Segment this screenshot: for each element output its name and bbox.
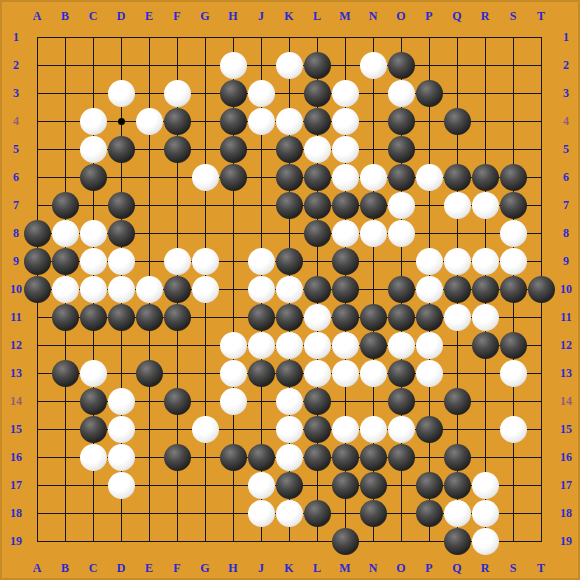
intersection-M1[interactable]: [331, 23, 359, 51]
intersection-D13[interactable]: [107, 359, 135, 387]
intersection-E11[interactable]: [135, 303, 163, 331]
intersection-G12[interactable]: [191, 331, 219, 359]
intersection-C4[interactable]: [79, 107, 107, 135]
intersection-R4[interactable]: [471, 107, 499, 135]
intersection-H16[interactable]: [219, 443, 247, 471]
intersection-O6[interactable]: [387, 163, 415, 191]
intersection-R16[interactable]: [471, 443, 499, 471]
intersection-D7[interactable]: [107, 191, 135, 219]
intersection-O15[interactable]: [387, 415, 415, 443]
intersection-K5[interactable]: [275, 135, 303, 163]
intersection-D14[interactable]: [107, 387, 135, 415]
intersection-S6[interactable]: [499, 163, 527, 191]
intersection-L13[interactable]: [303, 359, 331, 387]
intersection-K12[interactable]: [275, 331, 303, 359]
intersection-J4[interactable]: [247, 107, 275, 135]
intersection-N5[interactable]: [359, 135, 387, 163]
intersection-S15[interactable]: [499, 415, 527, 443]
intersection-G3[interactable]: [191, 79, 219, 107]
intersection-G4[interactable]: [191, 107, 219, 135]
intersection-C19[interactable]: [79, 527, 107, 555]
intersection-S9[interactable]: [499, 247, 527, 275]
intersection-E3[interactable]: [135, 79, 163, 107]
intersection-N11[interactable]: [359, 303, 387, 331]
intersection-J15[interactable]: [247, 415, 275, 443]
intersection-M4[interactable]: [331, 107, 359, 135]
intersection-M10[interactable]: [331, 275, 359, 303]
intersection-H14[interactable]: [219, 387, 247, 415]
intersection-Q14[interactable]: [443, 387, 471, 415]
intersection-E7[interactable]: [135, 191, 163, 219]
intersection-E10[interactable]: [135, 275, 163, 303]
intersection-D12[interactable]: [107, 331, 135, 359]
intersection-F1[interactable]: [163, 23, 191, 51]
intersection-T7[interactable]: [527, 191, 555, 219]
intersection-C2[interactable]: [79, 51, 107, 79]
intersection-D15[interactable]: [107, 415, 135, 443]
intersection-P3[interactable]: [415, 79, 443, 107]
intersection-G5[interactable]: [191, 135, 219, 163]
intersection-S7[interactable]: [499, 191, 527, 219]
intersection-B11[interactable]: [51, 303, 79, 331]
intersection-N19[interactable]: [359, 527, 387, 555]
intersection-D6[interactable]: [107, 163, 135, 191]
intersection-M14[interactable]: [331, 387, 359, 415]
intersection-T10[interactable]: [527, 275, 555, 303]
intersection-B5[interactable]: [51, 135, 79, 163]
intersection-R18[interactable]: [471, 499, 499, 527]
intersection-P18[interactable]: [415, 499, 443, 527]
intersection-O16[interactable]: [387, 443, 415, 471]
intersection-Q6[interactable]: [443, 163, 471, 191]
intersection-H8[interactable]: [219, 219, 247, 247]
intersection-M16[interactable]: [331, 443, 359, 471]
intersection-M6[interactable]: [331, 163, 359, 191]
intersection-F7[interactable]: [163, 191, 191, 219]
intersection-H18[interactable]: [219, 499, 247, 527]
intersection-N2[interactable]: [359, 51, 387, 79]
intersection-S19[interactable]: [499, 527, 527, 555]
intersection-M3[interactable]: [331, 79, 359, 107]
intersection-H12[interactable]: [219, 331, 247, 359]
intersection-Q1[interactable]: [443, 23, 471, 51]
intersection-Q17[interactable]: [443, 471, 471, 499]
intersection-R19[interactable]: [471, 527, 499, 555]
intersection-R17[interactable]: [471, 471, 499, 499]
intersection-J17[interactable]: [247, 471, 275, 499]
intersection-B13[interactable]: [51, 359, 79, 387]
intersection-E18[interactable]: [135, 499, 163, 527]
intersection-F12[interactable]: [163, 331, 191, 359]
intersection-G16[interactable]: [191, 443, 219, 471]
intersection-O11[interactable]: [387, 303, 415, 331]
intersection-G11[interactable]: [191, 303, 219, 331]
intersection-O3[interactable]: [387, 79, 415, 107]
intersection-S11[interactable]: [499, 303, 527, 331]
intersection-S16[interactable]: [499, 443, 527, 471]
intersection-G18[interactable]: [191, 499, 219, 527]
intersection-G14[interactable]: [191, 387, 219, 415]
intersection-B1[interactable]: [51, 23, 79, 51]
intersection-Q9[interactable]: [443, 247, 471, 275]
intersection-F3[interactable]: [163, 79, 191, 107]
intersection-L15[interactable]: [303, 415, 331, 443]
intersection-K18[interactable]: [275, 499, 303, 527]
intersection-H2[interactable]: [219, 51, 247, 79]
intersection-O2[interactable]: [387, 51, 415, 79]
intersection-M19[interactable]: [331, 527, 359, 555]
intersection-Q5[interactable]: [443, 135, 471, 163]
intersection-O8[interactable]: [387, 219, 415, 247]
intersection-B8[interactable]: [51, 219, 79, 247]
intersection-B12[interactable]: [51, 331, 79, 359]
intersection-R12[interactable]: [471, 331, 499, 359]
intersection-H9[interactable]: [219, 247, 247, 275]
intersection-N14[interactable]: [359, 387, 387, 415]
intersection-B7[interactable]: [51, 191, 79, 219]
intersection-T11[interactable]: [527, 303, 555, 331]
intersection-H3[interactable]: [219, 79, 247, 107]
intersection-D19[interactable]: [107, 527, 135, 555]
intersection-P6[interactable]: [415, 163, 443, 191]
intersection-H4[interactable]: [219, 107, 247, 135]
intersection-H11[interactable]: [219, 303, 247, 331]
intersection-B9[interactable]: [51, 247, 79, 275]
intersection-A8[interactable]: [23, 219, 51, 247]
intersection-F19[interactable]: [163, 527, 191, 555]
intersection-T9[interactable]: [527, 247, 555, 275]
intersection-Q16[interactable]: [443, 443, 471, 471]
intersection-K7[interactable]: [275, 191, 303, 219]
intersection-T6[interactable]: [527, 163, 555, 191]
intersection-K8[interactable]: [275, 219, 303, 247]
intersection-M11[interactable]: [331, 303, 359, 331]
intersection-L7[interactable]: [303, 191, 331, 219]
intersection-K6[interactable]: [275, 163, 303, 191]
intersection-K10[interactable]: [275, 275, 303, 303]
intersection-S2[interactable]: [499, 51, 527, 79]
intersection-J5[interactable]: [247, 135, 275, 163]
intersection-O17[interactable]: [387, 471, 415, 499]
intersection-M2[interactable]: [331, 51, 359, 79]
intersection-L8[interactable]: [303, 219, 331, 247]
intersection-G1[interactable]: [191, 23, 219, 51]
intersection-H13[interactable]: [219, 359, 247, 387]
intersection-N13[interactable]: [359, 359, 387, 387]
intersection-R5[interactable]: [471, 135, 499, 163]
intersection-R3[interactable]: [471, 79, 499, 107]
intersection-T18[interactable]: [527, 499, 555, 527]
intersection-J18[interactable]: [247, 499, 275, 527]
intersection-F2[interactable]: [163, 51, 191, 79]
intersection-P1[interactable]: [415, 23, 443, 51]
intersection-L3[interactable]: [303, 79, 331, 107]
intersection-T4[interactable]: [527, 107, 555, 135]
intersection-O14[interactable]: [387, 387, 415, 415]
intersection-B19[interactable]: [51, 527, 79, 555]
intersection-O7[interactable]: [387, 191, 415, 219]
intersection-J13[interactable]: [247, 359, 275, 387]
intersection-K4[interactable]: [275, 107, 303, 135]
intersection-E12[interactable]: [135, 331, 163, 359]
intersection-M9[interactable]: [331, 247, 359, 275]
intersection-H15[interactable]: [219, 415, 247, 443]
intersection-N8[interactable]: [359, 219, 387, 247]
intersection-F18[interactable]: [163, 499, 191, 527]
intersection-S14[interactable]: [499, 387, 527, 415]
intersection-D3[interactable]: [107, 79, 135, 107]
intersection-F11[interactable]: [163, 303, 191, 331]
intersection-C1[interactable]: [79, 23, 107, 51]
intersection-Q15[interactable]: [443, 415, 471, 443]
intersection-C12[interactable]: [79, 331, 107, 359]
intersection-K15[interactable]: [275, 415, 303, 443]
intersection-B17[interactable]: [51, 471, 79, 499]
intersection-G7[interactable]: [191, 191, 219, 219]
intersection-B2[interactable]: [51, 51, 79, 79]
intersection-R11[interactable]: [471, 303, 499, 331]
intersection-S4[interactable]: [499, 107, 527, 135]
intersection-L19[interactable]: [303, 527, 331, 555]
intersection-S17[interactable]: [499, 471, 527, 499]
intersection-L12[interactable]: [303, 331, 331, 359]
intersection-C14[interactable]: [79, 387, 107, 415]
intersection-P7[interactable]: [415, 191, 443, 219]
intersection-P13[interactable]: [415, 359, 443, 387]
intersection-D1[interactable]: [107, 23, 135, 51]
intersection-T16[interactable]: [527, 443, 555, 471]
intersection-R10[interactable]: [471, 275, 499, 303]
intersection-J14[interactable]: [247, 387, 275, 415]
intersection-C17[interactable]: [79, 471, 107, 499]
intersection-N7[interactable]: [359, 191, 387, 219]
intersection-F15[interactable]: [163, 415, 191, 443]
intersection-K19[interactable]: [275, 527, 303, 555]
intersection-L16[interactable]: [303, 443, 331, 471]
intersection-C7[interactable]: [79, 191, 107, 219]
intersection-M7[interactable]: [331, 191, 359, 219]
intersection-P14[interactable]: [415, 387, 443, 415]
intersection-B14[interactable]: [51, 387, 79, 415]
intersection-T15[interactable]: [527, 415, 555, 443]
intersection-O1[interactable]: [387, 23, 415, 51]
intersection-F6[interactable]: [163, 163, 191, 191]
intersection-K11[interactable]: [275, 303, 303, 331]
intersection-C3[interactable]: [79, 79, 107, 107]
intersection-F14[interactable]: [163, 387, 191, 415]
intersection-D17[interactable]: [107, 471, 135, 499]
intersection-T3[interactable]: [527, 79, 555, 107]
intersection-C5[interactable]: [79, 135, 107, 163]
intersection-N6[interactable]: [359, 163, 387, 191]
intersection-B16[interactable]: [51, 443, 79, 471]
intersection-L18[interactable]: [303, 499, 331, 527]
intersection-R6[interactable]: [471, 163, 499, 191]
intersection-P17[interactable]: [415, 471, 443, 499]
intersection-H7[interactable]: [219, 191, 247, 219]
intersection-B10[interactable]: [51, 275, 79, 303]
intersection-L5[interactable]: [303, 135, 331, 163]
intersection-F10[interactable]: [163, 275, 191, 303]
intersection-N16[interactable]: [359, 443, 387, 471]
intersection-J7[interactable]: [247, 191, 275, 219]
intersection-Q7[interactable]: [443, 191, 471, 219]
intersection-C9[interactable]: [79, 247, 107, 275]
intersection-C8[interactable]: [79, 219, 107, 247]
intersection-K9[interactable]: [275, 247, 303, 275]
intersection-F4[interactable]: [163, 107, 191, 135]
intersection-C13[interactable]: [79, 359, 107, 387]
intersection-E19[interactable]: [135, 527, 163, 555]
intersection-S13[interactable]: [499, 359, 527, 387]
intersection-Q4[interactable]: [443, 107, 471, 135]
intersection-G6[interactable]: [191, 163, 219, 191]
intersection-H19[interactable]: [219, 527, 247, 555]
intersection-P2[interactable]: [415, 51, 443, 79]
intersection-P11[interactable]: [415, 303, 443, 331]
intersection-O10[interactable]: [387, 275, 415, 303]
intersection-J2[interactable]: [247, 51, 275, 79]
intersection-K17[interactable]: [275, 471, 303, 499]
intersection-T2[interactable]: [527, 51, 555, 79]
intersection-E8[interactable]: [135, 219, 163, 247]
intersection-T14[interactable]: [527, 387, 555, 415]
intersection-C10[interactable]: [79, 275, 107, 303]
intersection-L14[interactable]: [303, 387, 331, 415]
intersection-M18[interactable]: [331, 499, 359, 527]
intersection-O5[interactable]: [387, 135, 415, 163]
intersection-F17[interactable]: [163, 471, 191, 499]
intersection-G2[interactable]: [191, 51, 219, 79]
intersection-P19[interactable]: [415, 527, 443, 555]
intersection-D8[interactable]: [107, 219, 135, 247]
intersection-S12[interactable]: [499, 331, 527, 359]
intersection-B3[interactable]: [51, 79, 79, 107]
intersection-E13[interactable]: [135, 359, 163, 387]
intersection-J11[interactable]: [247, 303, 275, 331]
intersection-J3[interactable]: [247, 79, 275, 107]
intersection-O12[interactable]: [387, 331, 415, 359]
intersection-H5[interactable]: [219, 135, 247, 163]
intersection-N17[interactable]: [359, 471, 387, 499]
intersection-S5[interactable]: [499, 135, 527, 163]
intersection-P9[interactable]: [415, 247, 443, 275]
intersection-H10[interactable]: [219, 275, 247, 303]
intersection-J8[interactable]: [247, 219, 275, 247]
intersection-H17[interactable]: [219, 471, 247, 499]
intersection-G15[interactable]: [191, 415, 219, 443]
intersection-E5[interactable]: [135, 135, 163, 163]
intersection-Q12[interactable]: [443, 331, 471, 359]
intersection-P15[interactable]: [415, 415, 443, 443]
intersection-A9[interactable]: [23, 247, 51, 275]
intersection-N4[interactable]: [359, 107, 387, 135]
intersection-T8[interactable]: [527, 219, 555, 247]
intersection-E17[interactable]: [135, 471, 163, 499]
intersection-R9[interactable]: [471, 247, 499, 275]
intersection-N3[interactable]: [359, 79, 387, 107]
intersection-C6[interactable]: [79, 163, 107, 191]
intersection-F16[interactable]: [163, 443, 191, 471]
intersection-G9[interactable]: [191, 247, 219, 275]
intersection-L10[interactable]: [303, 275, 331, 303]
intersection-F9[interactable]: [163, 247, 191, 275]
intersection-L2[interactable]: [303, 51, 331, 79]
intersection-E4[interactable]: [135, 107, 163, 135]
intersection-K13[interactable]: [275, 359, 303, 387]
intersection-D11[interactable]: [107, 303, 135, 331]
intersection-B15[interactable]: [51, 415, 79, 443]
intersection-N1[interactable]: [359, 23, 387, 51]
intersection-H6[interactable]: [219, 163, 247, 191]
intersection-K2[interactable]: [275, 51, 303, 79]
intersection-T1[interactable]: [527, 23, 555, 51]
intersection-Q3[interactable]: [443, 79, 471, 107]
intersection-L4[interactable]: [303, 107, 331, 135]
intersection-N10[interactable]: [359, 275, 387, 303]
intersection-D9[interactable]: [107, 247, 135, 275]
intersection-J12[interactable]: [247, 331, 275, 359]
intersection-E16[interactable]: [135, 443, 163, 471]
intersection-L1[interactable]: [303, 23, 331, 51]
intersection-M8[interactable]: [331, 219, 359, 247]
intersection-R8[interactable]: [471, 219, 499, 247]
intersection-N15[interactable]: [359, 415, 387, 443]
intersection-C11[interactable]: [79, 303, 107, 331]
intersection-T19[interactable]: [527, 527, 555, 555]
intersection-T5[interactable]: [527, 135, 555, 163]
intersection-R1[interactable]: [471, 23, 499, 51]
intersection-L6[interactable]: [303, 163, 331, 191]
intersection-Q18[interactable]: [443, 499, 471, 527]
intersection-G10[interactable]: [191, 275, 219, 303]
intersection-P4[interactable]: [415, 107, 443, 135]
intersection-E15[interactable]: [135, 415, 163, 443]
intersection-J19[interactable]: [247, 527, 275, 555]
intersection-R7[interactable]: [471, 191, 499, 219]
intersection-M5[interactable]: [331, 135, 359, 163]
intersection-Q11[interactable]: [443, 303, 471, 331]
intersection-J6[interactable]: [247, 163, 275, 191]
intersection-S1[interactable]: [499, 23, 527, 51]
intersection-P12[interactable]: [415, 331, 443, 359]
intersection-B18[interactable]: [51, 499, 79, 527]
intersection-C16[interactable]: [79, 443, 107, 471]
intersection-E14[interactable]: [135, 387, 163, 415]
intersection-T12[interactable]: [527, 331, 555, 359]
intersection-D18[interactable]: [107, 499, 135, 527]
intersection-G13[interactable]: [191, 359, 219, 387]
intersection-J10[interactable]: [247, 275, 275, 303]
intersection-O4[interactable]: [387, 107, 415, 135]
intersection-O13[interactable]: [387, 359, 415, 387]
intersection-L9[interactable]: [303, 247, 331, 275]
intersection-Q13[interactable]: [443, 359, 471, 387]
intersection-D2[interactable]: [107, 51, 135, 79]
intersection-D16[interactable]: [107, 443, 135, 471]
intersection-R13[interactable]: [471, 359, 499, 387]
intersection-S8[interactable]: [499, 219, 527, 247]
intersection-F13[interactable]: [163, 359, 191, 387]
intersection-L11[interactable]: [303, 303, 331, 331]
intersection-J16[interactable]: [247, 443, 275, 471]
intersection-R15[interactable]: [471, 415, 499, 443]
intersection-C18[interactable]: [79, 499, 107, 527]
intersection-Q19[interactable]: [443, 527, 471, 555]
intersection-T13[interactable]: [527, 359, 555, 387]
intersection-O19[interactable]: [387, 527, 415, 555]
intersection-A10[interactable]: [23, 275, 51, 303]
